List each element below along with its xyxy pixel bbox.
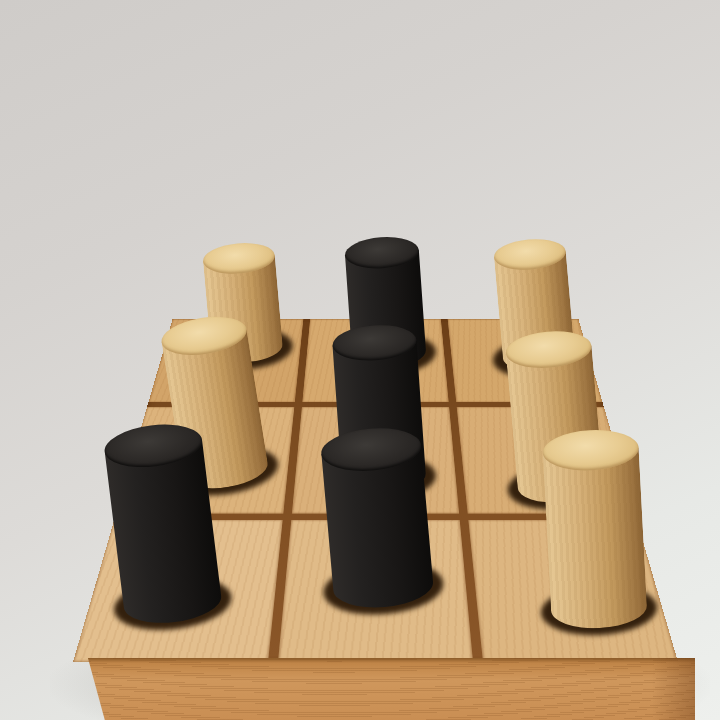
peg-body (543, 448, 648, 631)
peg-r3c2[interactable] (320, 424, 435, 611)
board-front-face (73, 658, 695, 720)
scene (0, 0, 720, 720)
peg-r3c3[interactable] (542, 428, 648, 631)
peg-body (321, 445, 434, 611)
